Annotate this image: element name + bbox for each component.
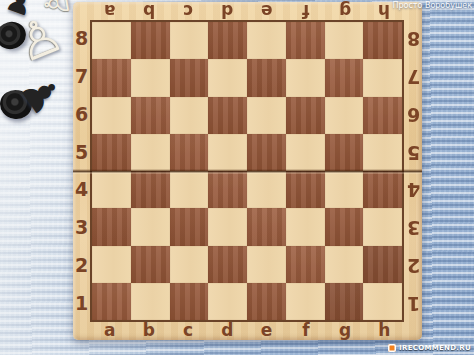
square-a1 (92, 283, 131, 320)
rank-label-right-4: 4 (407, 180, 420, 199)
square-e3 (247, 208, 286, 245)
square-h1 (363, 283, 402, 320)
square-b1 (131, 283, 170, 320)
square-d7 (208, 59, 247, 96)
square-h7 (363, 59, 402, 96)
file-label-bottom-b: b (143, 322, 155, 339)
square-g4 (325, 171, 364, 208)
square-f3 (286, 208, 325, 245)
square-f4 (286, 171, 325, 208)
square-a8 (92, 22, 131, 59)
scene: abcdefgh 87654321 87654321 abcdefgh ♟♙♙♟… (0, 0, 474, 355)
rank-label-right-7: 7 (407, 67, 420, 86)
square-c2 (170, 246, 209, 283)
square-e7 (247, 59, 286, 96)
square-a4 (92, 171, 131, 208)
file-label-top-h: h (378, 2, 390, 19)
square-d6 (208, 97, 247, 134)
watermark-top-right: Просто Воробушек (392, 1, 472, 10)
file-label-top-b: b (143, 2, 155, 19)
square-c4 (170, 171, 209, 208)
rank-label-right-2: 2 (407, 256, 420, 275)
rank-label-right-6: 6 (407, 105, 420, 124)
square-a6 (92, 97, 131, 134)
rank-label-left-5: 5 (75, 143, 88, 162)
square-f8 (286, 22, 325, 59)
square-b2 (131, 246, 170, 283)
file-label-bottom-f: f (302, 322, 309, 339)
file-label-bottom-a: a (104, 322, 115, 339)
watermark-bottom-right-label: IRECOMMEND.RU (399, 344, 471, 352)
square-f7 (286, 59, 325, 96)
square-d8 (208, 22, 247, 59)
square-f2 (286, 246, 325, 283)
rank-label-right-8: 8 (407, 29, 420, 48)
rank-label-left-8: 8 (75, 29, 88, 48)
file-label-bottom-d: d (221, 322, 233, 339)
file-labels-top: abcdefgh (90, 2, 404, 18)
square-h4 (363, 171, 402, 208)
square-e6 (247, 97, 286, 134)
file-label-bottom-c: c (183, 322, 193, 339)
rank-label-left-7: 7 (75, 67, 88, 86)
square-h3 (363, 208, 402, 245)
square-c1 (170, 283, 209, 320)
square-b3 (131, 208, 170, 245)
square-e5 (247, 134, 286, 171)
square-b8 (131, 22, 170, 59)
square-b4 (131, 171, 170, 208)
square-b5 (131, 134, 170, 171)
board-fold-seam (73, 169, 422, 174)
rank-label-left-1: 1 (75, 294, 88, 313)
square-e1 (247, 283, 286, 320)
irecommend-icon (388, 344, 396, 352)
square-d5 (208, 134, 247, 171)
file-label-top-f: f (302, 2, 309, 19)
square-g6 (325, 97, 364, 134)
square-g1 (325, 283, 364, 320)
square-g8 (325, 22, 364, 59)
square-a3 (92, 208, 131, 245)
file-label-bottom-h: h (378, 322, 390, 339)
file-label-bottom-e: e (261, 322, 273, 339)
square-d3 (208, 208, 247, 245)
square-b6 (131, 97, 170, 134)
square-a7 (92, 59, 131, 96)
square-c8 (170, 22, 209, 59)
square-g5 (325, 134, 364, 171)
file-label-top-g: g (339, 2, 351, 19)
square-g2 (325, 246, 364, 283)
rank-label-right-5: 5 (407, 143, 420, 162)
file-labels-bottom: abcdefgh (90, 321, 404, 340)
square-c6 (170, 97, 209, 134)
square-c3 (170, 208, 209, 245)
file-label-top-d: d (221, 2, 233, 19)
square-h6 (363, 97, 402, 134)
rank-label-left-6: 6 (75, 105, 88, 124)
file-label-top-c: c (183, 2, 193, 19)
square-c7 (170, 59, 209, 96)
square-d1 (208, 283, 247, 320)
square-a5 (92, 134, 131, 171)
file-label-top-a: a (104, 2, 115, 19)
square-f5 (286, 134, 325, 171)
file-label-bottom-g: g (339, 322, 351, 339)
rank-label-left-3: 3 (75, 218, 88, 237)
square-f6 (286, 97, 325, 134)
square-h5 (363, 134, 402, 171)
chess-board: abcdefgh 87654321 87654321 abcdefgh (73, 2, 422, 340)
square-e2 (247, 246, 286, 283)
rank-label-right-1: 1 (407, 294, 420, 313)
square-e4 (247, 171, 286, 208)
rank-label-left-4: 4 (75, 180, 88, 199)
square-g7 (325, 59, 364, 96)
square-c5 (170, 134, 209, 171)
square-g3 (325, 208, 364, 245)
square-a2 (92, 246, 131, 283)
square-b7 (131, 59, 170, 96)
watermark-bottom-right: IRECOMMEND.RU (388, 344, 471, 352)
rank-label-left-2: 2 (75, 256, 88, 275)
file-label-top-e: e (261, 2, 273, 19)
square-f1 (286, 283, 325, 320)
square-d4 (208, 171, 247, 208)
square-e8 (247, 22, 286, 59)
square-h8 (363, 22, 402, 59)
square-h2 (363, 246, 402, 283)
rank-label-right-3: 3 (407, 218, 420, 237)
square-d2 (208, 246, 247, 283)
